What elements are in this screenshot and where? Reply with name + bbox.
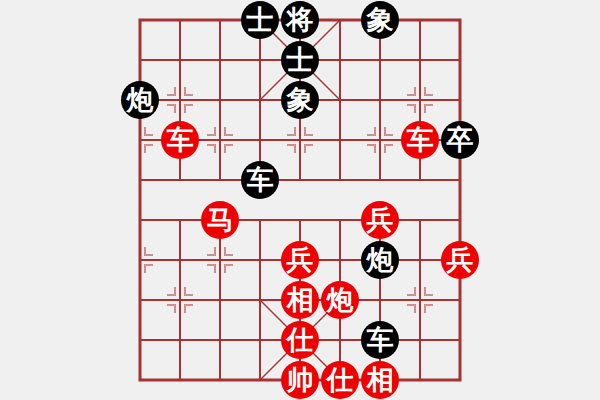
xiangqi-app: 士将象士炮象车车卒车马兵兵炮兵相炮仕车帅仕相 <box>0 0 600 400</box>
piece-red-cannon[interactable]: 炮 <box>321 281 359 319</box>
piece-red-soldier[interactable]: 兵 <box>441 241 479 279</box>
piece-red-advisor[interactable]: 仕 <box>281 321 319 359</box>
piece-red-elephant[interactable]: 相 <box>361 361 399 399</box>
piece-red-horse[interactable]: 马 <box>201 201 239 239</box>
piece-black-cannon[interactable]: 炮 <box>121 81 159 119</box>
piece-black-advisor[interactable]: 士 <box>281 41 319 79</box>
piece-black-chariot[interactable]: 车 <box>241 161 279 199</box>
piece-red-king[interactable]: 帅 <box>281 361 319 399</box>
piece-red-advisor[interactable]: 仕 <box>321 361 359 399</box>
piece-black-chariot[interactable]: 车 <box>361 321 399 359</box>
piece-red-elephant[interactable]: 相 <box>281 281 319 319</box>
piece-grid: 士将象士炮象车车卒车马兵兵炮兵相炮仕车帅仕相 <box>120 0 480 400</box>
piece-red-soldier[interactable]: 兵 <box>281 241 319 279</box>
piece-black-soldier[interactable]: 卒 <box>441 121 479 159</box>
xiangqi-board[interactable]: 士将象士炮象车车卒车马兵兵炮兵相炮仕车帅仕相 <box>120 0 480 400</box>
piece-red-chariot[interactable]: 车 <box>161 121 199 159</box>
piece-black-king[interactable]: 将 <box>281 1 319 39</box>
piece-red-soldier[interactable]: 兵 <box>361 201 399 239</box>
piece-black-advisor[interactable]: 士 <box>241 1 279 39</box>
piece-black-elephant[interactable]: 象 <box>281 81 319 119</box>
piece-black-cannon[interactable]: 炮 <box>361 241 399 279</box>
piece-black-elephant[interactable]: 象 <box>361 1 399 39</box>
piece-red-chariot[interactable]: 车 <box>401 121 439 159</box>
